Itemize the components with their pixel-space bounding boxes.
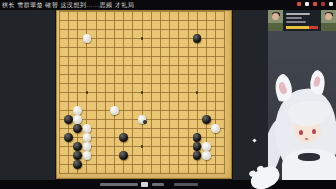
avatar-outfit	[282, 149, 336, 180]
player-info-card	[268, 10, 336, 31]
star-point	[141, 145, 143, 147]
white-stone	[83, 124, 92, 133]
white-stone	[83, 34, 92, 43]
black-stone	[119, 151, 128, 160]
player-suit	[268, 23, 283, 31]
black-stone	[193, 133, 202, 142]
white-stone	[211, 124, 220, 133]
paw-toe	[248, 169, 257, 177]
winrate-bar	[286, 26, 318, 29]
black-stone	[193, 142, 202, 151]
player-card-center	[283, 10, 321, 31]
star-point	[141, 91, 143, 93]
white-stone	[83, 142, 92, 151]
white-stone	[73, 115, 82, 124]
black-stone	[73, 151, 82, 160]
grid-line	[224, 12, 225, 174]
white-stone	[202, 142, 211, 151]
status-indicator	[141, 182, 148, 187]
grid-line	[188, 12, 189, 174]
white-stone	[83, 151, 92, 160]
badge-dot	[329, 2, 333, 6]
black-stone	[73, 142, 82, 151]
cat-ear-inner	[313, 76, 322, 87]
status-text-block	[174, 183, 198, 186]
top-bar-badges	[297, 2, 333, 6]
avatar-eye	[312, 129, 316, 134]
player-name-line	[286, 13, 310, 15]
top-bar: 棋长 雪群華楚 確替 这没想到……思频 才礼局	[0, 0, 336, 10]
right-panel	[268, 10, 336, 180]
player-clock-line	[286, 17, 302, 19]
avatar-eye	[299, 130, 303, 135]
grid-line	[59, 101, 225, 102]
star-point	[86, 91, 88, 93]
black-stone	[73, 160, 82, 169]
player-clock-line	[286, 21, 306, 23]
stream-screen: 棋长 雪群華楚 確替 这没想到……思频 才礼局	[0, 0, 336, 189]
player-head	[325, 13, 332, 20]
badge-dot	[297, 2, 301, 6]
chat-comment-text: 棋长 雪群華楚 確替 这没想到……思频 才礼局	[2, 1, 134, 9]
grid-line	[59, 164, 225, 165]
avatar-mouth	[305, 138, 308, 140]
player-photo-right	[321, 10, 336, 31]
badge-dot	[321, 2, 325, 6]
winrate-left-segment	[286, 26, 309, 29]
black-stone	[64, 133, 73, 142]
black-stone	[193, 34, 202, 43]
black-stone	[202, 115, 211, 124]
avatar-collar	[298, 153, 320, 161]
black-stone	[64, 115, 73, 124]
grid-line	[178, 12, 179, 174]
status-text-block	[152, 183, 164, 186]
white-stone	[138, 115, 147, 124]
grid-line	[215, 12, 216, 174]
bottom-status-bar	[0, 180, 336, 189]
black-stone	[119, 133, 128, 142]
player-photo-left	[268, 10, 283, 31]
badge-dot	[305, 2, 309, 6]
white-stone	[202, 151, 211, 160]
star-point	[141, 37, 143, 39]
paw-toe	[256, 165, 265, 173]
sparkle-decoration	[252, 138, 256, 142]
grid-line	[59, 110, 225, 111]
grid-line	[160, 12, 161, 174]
white-stone	[110, 106, 119, 115]
white-stone	[83, 133, 92, 142]
winrate-right-segment	[309, 26, 318, 29]
go-board	[56, 10, 232, 179]
player-suit	[321, 23, 336, 31]
badge-dot	[313, 2, 317, 6]
last-move-marker	[143, 120, 147, 124]
player-head	[272, 13, 279, 20]
status-text-block	[100, 183, 138, 186]
grid-line	[169, 12, 170, 174]
vtuber-avatar	[268, 31, 336, 180]
white-stone	[73, 106, 82, 115]
cat-ear-inner	[277, 81, 288, 95]
black-stone	[73, 124, 82, 133]
grid-line	[151, 12, 152, 174]
grid-line	[59, 173, 225, 174]
black-stone	[193, 151, 202, 160]
